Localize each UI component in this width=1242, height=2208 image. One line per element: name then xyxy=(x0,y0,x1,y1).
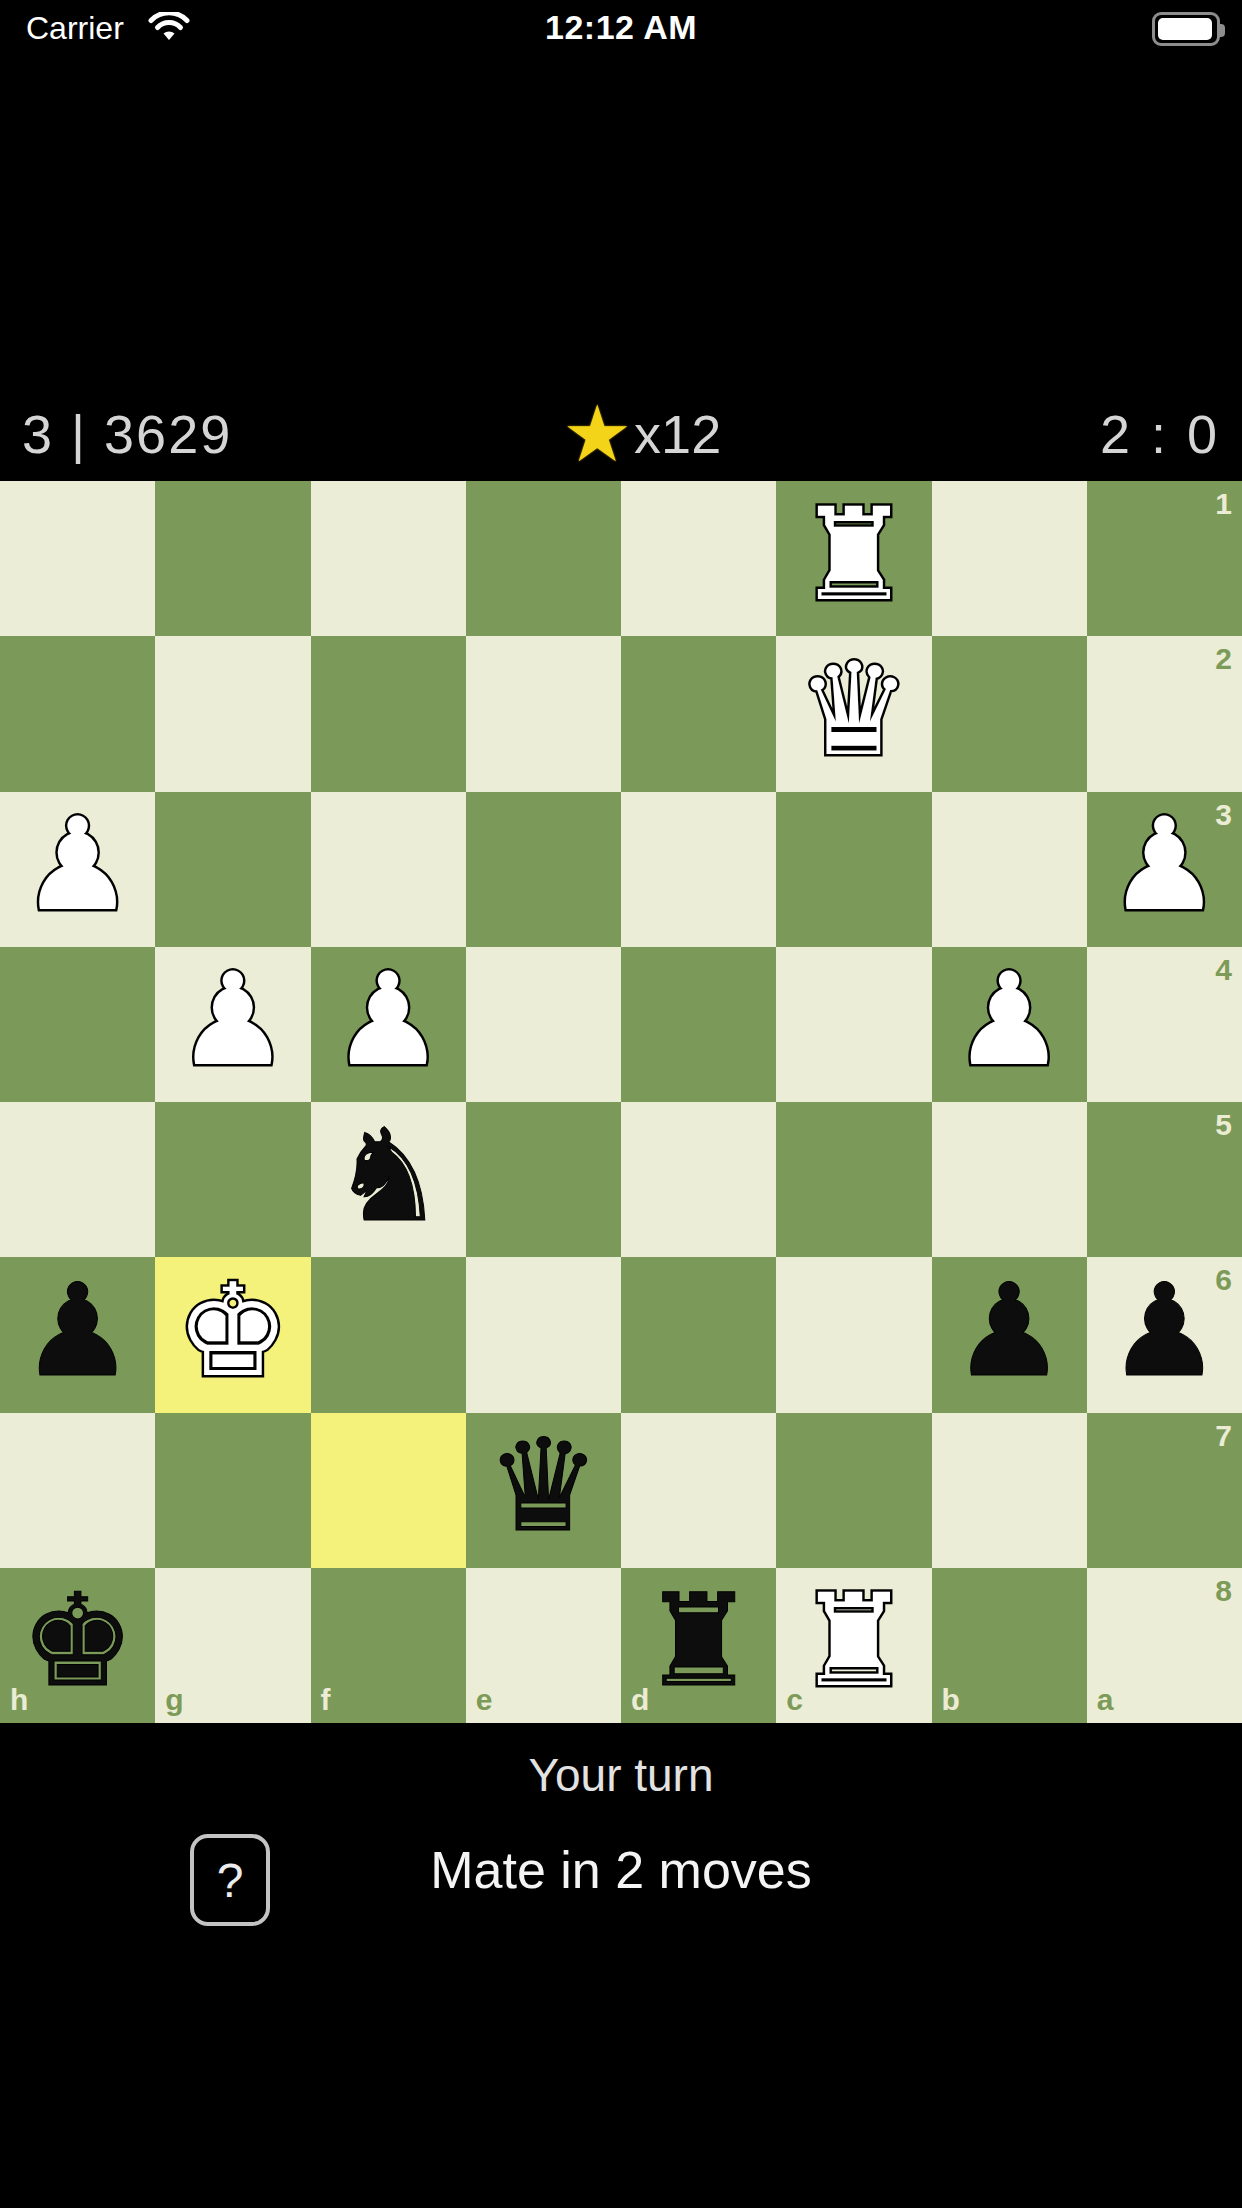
puzzle-objective: Mate in 2 moves xyxy=(0,1840,1242,1900)
square-d7[interactable] xyxy=(621,1413,776,1568)
white-pawn-a3: ♟ xyxy=(1107,801,1222,929)
star-icon: ★ xyxy=(562,395,632,473)
file-label-g: g xyxy=(165,1683,183,1717)
square-a4[interactable]: 4 xyxy=(1087,947,1242,1102)
square-g4[interactable]: ♟ xyxy=(155,947,310,1102)
square-e1[interactable] xyxy=(466,481,621,636)
square-b6[interactable]: ♟ xyxy=(932,1257,1087,1412)
square-c4[interactable] xyxy=(776,947,931,1102)
square-e7[interactable]: ♛ xyxy=(466,1413,621,1568)
square-c7[interactable] xyxy=(776,1413,931,1568)
square-g7[interactable] xyxy=(155,1413,310,1568)
square-h8[interactable]: h♚ xyxy=(0,1568,155,1723)
square-h1[interactable] xyxy=(0,481,155,636)
battery-icon xyxy=(1152,12,1220,46)
square-e2[interactable] xyxy=(466,636,621,791)
square-d1[interactable] xyxy=(621,481,776,636)
black-rook-d8: ♜ xyxy=(641,1577,756,1705)
black-pawn-b6: ♟ xyxy=(952,1267,1067,1395)
square-a1[interactable]: 1 xyxy=(1087,481,1242,636)
white-pawn-h3: ♟ xyxy=(20,801,135,929)
square-c1[interactable]: ♜ xyxy=(776,481,931,636)
square-h2[interactable] xyxy=(0,636,155,791)
square-b8[interactable]: b xyxy=(932,1568,1087,1723)
black-knight-f5: ♞ xyxy=(331,1112,446,1240)
square-a8[interactable]: 8a xyxy=(1087,1568,1242,1723)
white-rook-c8: ♜ xyxy=(797,1577,912,1705)
square-a3[interactable]: 3♟ xyxy=(1087,792,1242,947)
turn-indicator: Your turn xyxy=(0,1748,1242,1802)
black-queen-e7: ♛ xyxy=(486,1422,601,1550)
rank-label-8: 8 xyxy=(1215,1574,1232,1608)
file-label-f: f xyxy=(321,1683,331,1717)
square-e4[interactable] xyxy=(466,947,621,1102)
square-d5[interactable] xyxy=(621,1102,776,1257)
square-c2[interactable]: ♛ xyxy=(776,636,931,791)
square-e8[interactable]: e xyxy=(466,1568,621,1723)
black-pawn-h6: ♟ xyxy=(20,1267,135,1395)
square-c6[interactable] xyxy=(776,1257,931,1412)
square-g1[interactable] xyxy=(155,481,310,636)
file-label-a: a xyxy=(1097,1683,1114,1717)
puzzle-score: 3 | 3629 xyxy=(22,403,232,465)
black-king-h8: ♚ xyxy=(20,1577,135,1705)
rank-label-1: 1 xyxy=(1215,487,1232,521)
square-g3[interactable] xyxy=(155,792,310,947)
square-a6[interactable]: 6♟ xyxy=(1087,1257,1242,1412)
square-f3[interactable] xyxy=(311,792,466,947)
square-b4[interactable]: ♟ xyxy=(932,947,1087,1102)
star-multiplier-group: ★ x12 xyxy=(562,395,721,473)
square-g6[interactable]: ♚ xyxy=(155,1257,310,1412)
star-multiplier: x12 xyxy=(634,403,721,465)
square-f7[interactable] xyxy=(311,1413,466,1568)
white-pawn-g4: ♟ xyxy=(176,956,291,1084)
square-e3[interactable] xyxy=(466,792,621,947)
square-f2[interactable] xyxy=(311,636,466,791)
square-e5[interactable] xyxy=(466,1102,621,1257)
white-pawn-b4: ♟ xyxy=(952,956,1067,1084)
white-queen-c2: ♛ xyxy=(797,646,912,774)
objective-row: ? Mate in 2 moves xyxy=(0,1828,1242,1928)
square-d6[interactable] xyxy=(621,1257,776,1412)
match-score: 2 : 0 xyxy=(1100,403,1220,465)
rank-label-2: 2 xyxy=(1215,642,1232,676)
square-d3[interactable] xyxy=(621,792,776,947)
white-pawn-f4: ♟ xyxy=(331,956,446,1084)
white-king-g6: ♚ xyxy=(176,1267,291,1395)
square-h6[interactable]: ♟ xyxy=(0,1257,155,1412)
square-c3[interactable] xyxy=(776,792,931,947)
square-c5[interactable] xyxy=(776,1102,931,1257)
clock: 12:12 AM xyxy=(0,8,1242,47)
rank-label-5: 5 xyxy=(1215,1108,1232,1142)
status-bar: Carrier 12:12 AM xyxy=(0,0,1242,62)
square-c8[interactable]: c♜ xyxy=(776,1568,931,1723)
square-a5[interactable]: 5 xyxy=(1087,1102,1242,1257)
black-pawn-a6: ♟ xyxy=(1107,1267,1222,1395)
square-a2[interactable]: 2 xyxy=(1087,636,1242,791)
square-d2[interactable] xyxy=(621,636,776,791)
square-h7[interactable] xyxy=(0,1413,155,1568)
square-f8[interactable]: f xyxy=(311,1568,466,1723)
square-b1[interactable] xyxy=(932,481,1087,636)
square-h4[interactable] xyxy=(0,947,155,1102)
square-f5[interactable]: ♞ xyxy=(311,1102,466,1257)
square-d4[interactable] xyxy=(621,947,776,1102)
rank-label-4: 4 xyxy=(1215,953,1232,987)
square-h3[interactable]: ♟ xyxy=(0,792,155,947)
square-f4[interactable]: ♟ xyxy=(311,947,466,1102)
square-b7[interactable] xyxy=(932,1413,1087,1568)
white-rook-c1: ♜ xyxy=(797,491,912,619)
chess-board: ♜1♛2♟3♟♟♟♟4♞5♟♚♟6♟♛7h♚gfed♜c♜b8a xyxy=(0,481,1242,1723)
square-d8[interactable]: d♜ xyxy=(621,1568,776,1723)
square-g8[interactable]: g xyxy=(155,1568,310,1723)
rank-label-7: 7 xyxy=(1215,1419,1232,1453)
square-b3[interactable] xyxy=(932,792,1087,947)
file-label-e: e xyxy=(476,1683,493,1717)
square-b2[interactable] xyxy=(932,636,1087,791)
square-a7[interactable]: 7 xyxy=(1087,1413,1242,1568)
square-e6[interactable] xyxy=(466,1257,621,1412)
square-f6[interactable] xyxy=(311,1257,466,1412)
file-label-b: b xyxy=(942,1683,960,1717)
square-h5[interactable] xyxy=(0,1102,155,1257)
square-g5[interactable] xyxy=(155,1102,310,1257)
square-g2[interactable] xyxy=(155,636,310,791)
square-b5[interactable] xyxy=(932,1102,1087,1257)
score-header: 3 | 3629 ★ x12 2 : 0 xyxy=(0,394,1242,474)
square-f1[interactable] xyxy=(311,481,466,636)
